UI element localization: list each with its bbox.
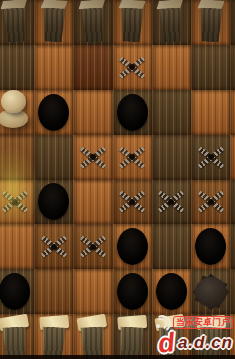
square-r4c5[interactable] <box>191 180 230 225</box>
white-block-piece[interactable] <box>77 315 109 359</box>
move-mark-x <box>39 234 69 259</box>
square-r1c6[interactable] <box>230 45 235 90</box>
black-man[interactable] <box>117 94 148 131</box>
square-r0c6[interactable] <box>230 0 235 45</box>
square-r1c0[interactable] <box>0 45 34 90</box>
square-r3c5[interactable] <box>191 135 230 180</box>
move-mark-x <box>78 145 108 170</box>
square-r4c6[interactable] <box>230 180 235 225</box>
square-r6c1[interactable] <box>34 269 73 314</box>
white-block-piece[interactable] <box>195 0 227 43</box>
square-r5c6[interactable] <box>230 224 235 269</box>
square-r0c3[interactable] <box>113 0 152 45</box>
black-man[interactable] <box>117 273 148 310</box>
black-man[interactable] <box>156 273 187 310</box>
square-r3c6[interactable] <box>230 135 235 180</box>
black-man[interactable] <box>195 228 226 265</box>
square-r4c3[interactable] <box>113 180 152 225</box>
square-r1c4[interactable] <box>152 45 191 90</box>
square-r5c3[interactable] <box>113 224 152 269</box>
square-r2c4[interactable] <box>152 90 191 135</box>
square-r7c2[interactable] <box>73 314 112 359</box>
white-block-piece[interactable] <box>0 315 31 359</box>
square-r5c5[interactable] <box>191 224 230 269</box>
square-r6c5[interactable] <box>191 269 230 314</box>
watermark: 当乐安卓门户 d a.d.cn <box>155 316 233 356</box>
watermark-pill: 当乐安卓门户 <box>173 316 233 329</box>
square-r0c0[interactable] <box>0 0 34 45</box>
dangle-logo: d <box>157 329 176 357</box>
game-screen: 当乐安卓门户 d a.d.cn <box>0 0 235 359</box>
square-r6c2[interactable] <box>73 269 112 314</box>
white-block-piece[interactable] <box>116 0 148 43</box>
square-r7c3[interactable] <box>113 314 152 359</box>
square-r3c4[interactable] <box>152 135 191 180</box>
square-r6c6[interactable] <box>230 269 235 314</box>
square-r6c4[interactable] <box>152 269 191 314</box>
white-block-piece[interactable] <box>38 315 70 359</box>
square-r1c3[interactable] <box>113 45 152 90</box>
move-mark-x <box>117 55 147 80</box>
square-r3c2[interactable] <box>73 135 112 180</box>
black-man[interactable] <box>0 273 30 310</box>
move-mark-x <box>196 189 226 214</box>
black-king[interactable] <box>193 274 229 310</box>
square-r5c1[interactable] <box>34 224 73 269</box>
square-r0c5[interactable] <box>191 0 230 45</box>
square-r7c1[interactable] <box>34 314 73 359</box>
square-r2c2[interactable] <box>73 90 112 135</box>
square-r6c3[interactable] <box>113 269 152 314</box>
black-man[interactable] <box>38 183 69 220</box>
white-block-piece[interactable] <box>38 0 70 43</box>
square-r3c1[interactable] <box>34 135 73 180</box>
adcn-text: a.d.cn <box>178 333 233 353</box>
square-r6c0[interactable] <box>0 269 34 314</box>
square-r7c0[interactable] <box>0 314 34 359</box>
move-mark-x <box>117 145 147 170</box>
square-r0c2[interactable] <box>73 0 112 45</box>
board <box>0 0 235 359</box>
watermark-row-site: d a.d.cn <box>155 330 233 356</box>
square-r3c3[interactable] <box>113 135 152 180</box>
white-block-piece[interactable] <box>0 0 30 43</box>
move-mark-x <box>78 234 108 259</box>
white-block-piece[interactable] <box>155 0 187 43</box>
square-r2c5[interactable] <box>191 90 230 135</box>
square-r0c1[interactable] <box>34 0 73 45</box>
move-mark-x <box>0 189 30 214</box>
square-r3c0[interactable] <box>0 135 34 180</box>
square-r4c4[interactable] <box>152 180 191 225</box>
square-r1c5[interactable] <box>191 45 230 90</box>
black-man[interactable] <box>38 94 69 131</box>
square-r4c1[interactable] <box>34 180 73 225</box>
square-r0c4[interactable] <box>152 0 191 45</box>
square-r2c1[interactable] <box>34 90 73 135</box>
square-r1c1[interactable] <box>34 45 73 90</box>
white-block-piece[interactable] <box>77 0 109 43</box>
square-r4c2[interactable] <box>73 180 112 225</box>
square-r4c0[interactable] <box>0 180 34 225</box>
white-stack-piece[interactable] <box>0 92 32 132</box>
square-r1c2[interactable] <box>73 45 112 90</box>
white-block-piece[interactable] <box>116 315 148 359</box>
move-mark-x <box>196 145 226 170</box>
move-mark-x <box>156 189 186 214</box>
square-r2c0[interactable] <box>0 90 34 135</box>
square-r5c0[interactable] <box>0 224 34 269</box>
square-r5c2[interactable] <box>73 224 112 269</box>
square-r2c6[interactable] <box>230 90 235 135</box>
black-man[interactable] <box>117 228 148 265</box>
square-r5c4[interactable] <box>152 224 191 269</box>
move-mark-x <box>117 189 147 214</box>
square-r2c3[interactable] <box>113 90 152 135</box>
